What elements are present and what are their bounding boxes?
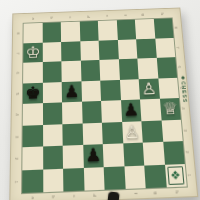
- square-c7[interactable]: [61, 41, 80, 61]
- file-label: g: [153, 191, 158, 194]
- square-h7[interactable]: [155, 38, 175, 58]
- black-pawn[interactable]: ♟: [85, 147, 101, 165]
- square-e4[interactable]: [101, 100, 122, 122]
- square-e8[interactable]: [98, 20, 118, 40]
- file-label: e: [105, 15, 110, 17]
- square-b1[interactable]: [43, 168, 64, 192]
- white-pawn[interactable]: ♙: [141, 80, 157, 97]
- square-a7[interactable]: ♔: [23, 42, 42, 62]
- square-e5[interactable]: [100, 79, 120, 100]
- square-e2[interactable]: [103, 143, 124, 166]
- corner-logo-icon: ❖: [167, 166, 185, 185]
- square-d4[interactable]: [82, 101, 102, 123]
- rank-label: 8: [174, 27, 179, 29]
- square-a5[interactable]: ♚: [23, 82, 43, 104]
- file-label: h: [174, 190, 179, 193]
- square-a2[interactable]: [22, 146, 42, 169]
- square-g8[interactable]: [135, 19, 155, 39]
- file-label: c: [68, 16, 73, 18]
- square-b7[interactable]: [42, 42, 61, 62]
- square-f8[interactable]: [116, 20, 136, 40]
- square-c2[interactable]: [63, 145, 84, 168]
- square-h3[interactable]: [161, 119, 183, 142]
- photo-background: abcdefgh abcdefgh 87654321 87654321 ❖CHE…: [0, 0, 200, 200]
- square-f7[interactable]: [117, 39, 137, 59]
- square-h1[interactable]: ❖: [164, 163, 186, 187]
- square-b5[interactable]: [42, 82, 62, 104]
- file-label: b: [49, 17, 54, 19]
- rank-label: 4: [15, 114, 20, 116]
- square-b6[interactable]: [42, 61, 61, 82]
- square-d7[interactable]: [80, 40, 100, 60]
- rank-label: 5: [15, 92, 20, 94]
- square-a8[interactable]: [23, 23, 42, 43]
- rank-label: 3: [14, 135, 19, 137]
- square-c5[interactable]: ♟: [62, 81, 82, 103]
- square-d3[interactable]: [82, 122, 103, 145]
- file-label: d: [92, 193, 97, 196]
- square-g6[interactable]: [137, 58, 157, 79]
- file-label: a: [30, 196, 35, 199]
- rank-label: 6: [15, 72, 20, 74]
- square-f2[interactable]: [123, 143, 144, 166]
- rank-label: 2: [185, 151, 190, 154]
- square-c1[interactable]: [63, 167, 84, 191]
- board-grid: ♔♚♟♙♟♕♙♟❖: [22, 18, 187, 193]
- square-e3[interactable]: [102, 122, 123, 145]
- square-c4[interactable]: [62, 102, 82, 124]
- square-g3[interactable]: [141, 120, 162, 143]
- file-label: d: [86, 15, 91, 17]
- square-d5[interactable]: [81, 80, 101, 101]
- square-c3[interactable]: [62, 123, 82, 146]
- square-a4[interactable]: [23, 103, 43, 125]
- square-g2[interactable]: [143, 142, 165, 165]
- rank-label: 1: [14, 180, 19, 183]
- black-king[interactable]: ♚: [25, 85, 40, 102]
- file-label: a: [31, 17, 36, 19]
- white-pawn[interactable]: ♙: [124, 123, 141, 141]
- rank-labels-left: 87654321: [13, 24, 22, 194]
- rank-label: 7: [16, 52, 21, 54]
- square-d2[interactable]: ♟: [83, 144, 104, 167]
- square-a6[interactable]: [23, 62, 42, 83]
- square-b3[interactable]: [43, 124, 63, 147]
- square-b2[interactable]: [43, 146, 63, 169]
- rank-label: 2: [14, 157, 19, 160]
- square-d1[interactable]: [83, 167, 104, 191]
- square-e7[interactable]: [99, 40, 119, 60]
- square-c6[interactable]: [61, 61, 81, 82]
- file-label: b: [51, 195, 56, 198]
- square-f1[interactable]: [124, 165, 146, 189]
- white-king[interactable]: ♔: [25, 44, 40, 60]
- square-a3[interactable]: [23, 125, 43, 148]
- black-pawn[interactable]: ♟: [64, 83, 80, 100]
- file-label: g: [141, 13, 146, 15]
- square-f6[interactable]: [118, 59, 138, 80]
- square-g1[interactable]: [144, 164, 166, 188]
- square-b4[interactable]: [42, 102, 62, 124]
- square-f3[interactable]: ♙: [122, 121, 143, 144]
- square-g4[interactable]: [140, 99, 161, 121]
- square-b8[interactable]: [42, 22, 61, 42]
- square-h8[interactable]: [153, 18, 173, 38]
- square-d8[interactable]: [79, 21, 98, 41]
- rank-label: 7: [175, 46, 180, 48]
- square-c8[interactable]: [61, 22, 80, 42]
- rank-label: 1: [187, 173, 192, 176]
- file-label: f: [133, 192, 138, 193]
- offboard-black-piece: [107, 191, 119, 200]
- square-g5[interactable]: ♙: [139, 78, 160, 99]
- square-h2[interactable]: [163, 141, 185, 164]
- square-g7[interactable]: [136, 38, 156, 58]
- square-e1[interactable]: [104, 166, 125, 190]
- square-d6[interactable]: [80, 60, 100, 81]
- chess-board: abcdefgh abcdefgh 87654321 87654321 ❖CHE…: [9, 8, 198, 200]
- rank-label: 8: [16, 32, 21, 34]
- file-label: f: [123, 15, 128, 16]
- rank-label: 3: [183, 129, 188, 131]
- square-a1[interactable]: [22, 169, 43, 193]
- white-queen[interactable]: ♕: [162, 100, 179, 117]
- black-pawn[interactable]: ♟: [123, 102, 139, 119]
- square-f5[interactable]: [119, 79, 140, 100]
- square-f4[interactable]: ♟: [121, 99, 142, 121]
- file-label: c: [71, 194, 76, 196]
- file-label: h: [160, 13, 165, 15]
- square-e6[interactable]: [99, 59, 119, 80]
